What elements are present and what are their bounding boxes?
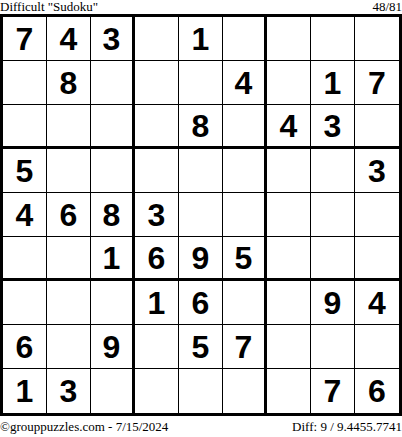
sudoku-cell-r5c3: 8 — [91, 193, 135, 237]
sudoku-cell-r8c2[interactable] — [47, 325, 91, 369]
sudoku-cell-r7c5: 6 — [179, 281, 223, 325]
sudoku-cell-r8c4[interactable] — [135, 325, 179, 369]
sudoku-cell-r5c8[interactable] — [311, 193, 355, 237]
sudoku-cell-r6c4: 6 — [135, 237, 179, 281]
sudoku-cell-r1c6[interactable] — [223, 17, 267, 61]
sudoku-cell-r4c9: 3 — [355, 149, 399, 193]
sudoku-cell-r7c3[interactable] — [91, 281, 135, 325]
sudoku-cell-r4c5[interactable] — [179, 149, 223, 193]
sudoku-cell-r8c8[interactable] — [311, 325, 355, 369]
sudoku-cell-r6c6: 5 — [223, 237, 267, 281]
sudoku-cell-r8c7[interactable] — [267, 325, 311, 369]
sudoku-cell-r1c2: 4 — [47, 17, 91, 61]
sudoku-cell-r9c6[interactable] — [223, 369, 267, 413]
sudoku-cell-r1c5: 1 — [179, 17, 223, 61]
sudoku-cell-r5c6[interactable] — [223, 193, 267, 237]
sudoku-cell-r2c7[interactable] — [267, 61, 311, 105]
sudoku-cell-r7c1[interactable] — [3, 281, 47, 325]
sudoku-cell-r8c5: 5 — [179, 325, 223, 369]
sudoku-cell-r3c6[interactable] — [223, 105, 267, 149]
sudoku-cell-r5c2: 6 — [47, 193, 91, 237]
sudoku-cell-r8c3: 9 — [91, 325, 135, 369]
sudoku-cell-r6c9[interactable] — [355, 237, 399, 281]
sudoku-cell-r4c4[interactable] — [135, 149, 179, 193]
sudoku-cell-r3c5: 8 — [179, 105, 223, 149]
sudoku-cell-r9c1: 1 — [3, 369, 47, 413]
sudoku-cell-r4c7[interactable] — [267, 149, 311, 193]
sudoku-cell-r6c8[interactable] — [311, 237, 355, 281]
sudoku-cell-r5c9[interactable] — [355, 193, 399, 237]
sudoku-cell-r5c7[interactable] — [267, 193, 311, 237]
sudoku-cell-r5c4: 3 — [135, 193, 179, 237]
sudoku-cell-r1c3: 3 — [91, 17, 135, 61]
sudoku-cell-r7c8: 9 — [311, 281, 355, 325]
sudoku-cell-r3c1[interactable] — [3, 105, 47, 149]
sudoku-cell-r9c5[interactable] — [179, 369, 223, 413]
sudoku-cell-r5c5[interactable] — [179, 193, 223, 237]
sudoku-cell-r3c7: 4 — [267, 105, 311, 149]
page-footer: ©grouppuzzles.com - 7/15/2024 Diff: 9 / … — [0, 416, 402, 437]
difficulty-rating: Diff: 9 / 9.4455.7741 — [292, 420, 402, 434]
sudoku-cell-r2c4[interactable] — [135, 61, 179, 105]
sudoku-cell-r6c7[interactable] — [267, 237, 311, 281]
copyright-date: ©grouppuzzles.com - 7/15/2024 — [0, 420, 168, 434]
sudoku-grid: 743184178435346831695169469571376 — [0, 14, 402, 416]
sudoku-cell-r2c2: 8 — [47, 61, 91, 105]
sudoku-cell-r3c4[interactable] — [135, 105, 179, 149]
sudoku-cell-r3c3[interactable] — [91, 105, 135, 149]
sudoku-cell-r2c8: 1 — [311, 61, 355, 105]
sudoku-cell-r7c4: 1 — [135, 281, 179, 325]
sudoku-cell-r8c9[interactable] — [355, 325, 399, 369]
sudoku-cell-r4c8[interactable] — [311, 149, 355, 193]
sudoku-cell-r3c9[interactable] — [355, 105, 399, 149]
sudoku-cell-r3c8: 3 — [311, 105, 355, 149]
sudoku-cell-r1c4[interactable] — [135, 17, 179, 61]
sudoku-cell-r1c7[interactable] — [267, 17, 311, 61]
sudoku-cell-r9c2: 3 — [47, 369, 91, 413]
sudoku-cell-r1c1: 7 — [3, 17, 47, 61]
sudoku-cell-r4c6[interactable] — [223, 149, 267, 193]
sudoku-cell-r8c1: 6 — [3, 325, 47, 369]
puzzle-title: Difficult "Sudoku" — [0, 0, 98, 13]
sudoku-cell-r7c7[interactable] — [267, 281, 311, 325]
sudoku-cell-r6c2[interactable] — [47, 237, 91, 281]
sudoku-cell-r6c5: 9 — [179, 237, 223, 281]
sudoku-cell-r9c4[interactable] — [135, 369, 179, 413]
sudoku-cell-r1c8[interactable] — [311, 17, 355, 61]
sudoku-cell-r4c1: 5 — [3, 149, 47, 193]
sudoku-cell-r4c3[interactable] — [91, 149, 135, 193]
empty-cell-counter: 48/81 — [372, 0, 402, 13]
sudoku-cell-r9c8: 7 — [311, 369, 355, 413]
sudoku-cell-r2c1[interactable] — [3, 61, 47, 105]
sudoku-cell-r9c9: 6 — [355, 369, 399, 413]
sudoku-cell-r7c9: 4 — [355, 281, 399, 325]
sudoku-cell-r3c2[interactable] — [47, 105, 91, 149]
sudoku-cell-r2c9: 7 — [355, 61, 399, 105]
sudoku-cell-r7c6[interactable] — [223, 281, 267, 325]
sudoku-cell-r4c2[interactable] — [47, 149, 91, 193]
sudoku-cell-r1c9[interactable] — [355, 17, 399, 61]
sudoku-cell-r6c1[interactable] — [3, 237, 47, 281]
sudoku-cell-r6c3: 1 — [91, 237, 135, 281]
page-header: Difficult "Sudoku" 48/81 — [0, 0, 402, 14]
sudoku-cell-r5c1: 4 — [3, 193, 47, 237]
sudoku-cell-r2c6: 4 — [223, 61, 267, 105]
sudoku-cell-r8c6: 7 — [223, 325, 267, 369]
sudoku-cell-r9c7[interactable] — [267, 369, 311, 413]
sudoku-cell-r2c3[interactable] — [91, 61, 135, 105]
sudoku-cell-r2c5[interactable] — [179, 61, 223, 105]
sudoku-cell-r9c3[interactable] — [91, 369, 135, 413]
sudoku-cell-r7c2[interactable] — [47, 281, 91, 325]
